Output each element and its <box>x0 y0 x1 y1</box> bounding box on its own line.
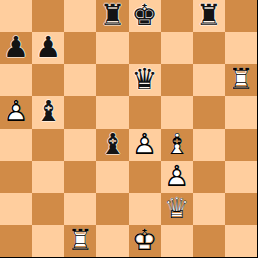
square-h7[interactable] <box>225 32 257 64</box>
square-a2[interactable] <box>0 193 32 225</box>
white-bishop-outline: ♗ <box>161 129 193 158</box>
square-c6[interactable] <box>64 64 96 96</box>
square-e6[interactable]: ♛ <box>129 64 161 96</box>
square-c8[interactable] <box>64 0 96 32</box>
square-f2[interactable]: ♛♕ <box>161 193 193 225</box>
white-rook-c1[interactable]: ♜♖ <box>64 225 96 257</box>
square-e2[interactable] <box>129 193 161 225</box>
white-queen-outline: ♕ <box>161 193 193 222</box>
square-f8[interactable] <box>161 0 193 32</box>
square-e3[interactable] <box>129 161 161 193</box>
black-king-glyph: ♚ <box>129 1 161 30</box>
square-c1[interactable]: ♜♖ <box>64 225 96 257</box>
black-pawn-glyph: ♟ <box>0 33 32 62</box>
square-b6[interactable] <box>32 64 64 96</box>
white-pawn-outline: ♙ <box>0 97 32 126</box>
square-a4[interactable] <box>0 129 32 161</box>
square-e1[interactable]: ♚♔ <box>129 225 161 257</box>
square-h8[interactable] <box>225 0 257 32</box>
white-pawn-outline: ♙ <box>129 129 161 158</box>
square-h4[interactable] <box>225 129 257 161</box>
square-d2[interactable] <box>96 193 128 225</box>
white-rook-outline: ♖ <box>64 226 96 255</box>
square-f1[interactable] <box>161 225 193 257</box>
white-king-e1[interactable]: ♚♔ <box>129 225 161 257</box>
square-g7[interactable] <box>193 32 225 64</box>
white-king-outline: ♔ <box>129 226 161 255</box>
square-g1[interactable] <box>193 225 225 257</box>
square-d8[interactable]: ♜ <box>96 0 128 32</box>
square-b3[interactable] <box>32 161 64 193</box>
square-g6[interactable] <box>193 64 225 96</box>
square-c4[interactable] <box>64 129 96 161</box>
black-queen-e6[interactable]: ♛ <box>129 64 161 96</box>
square-a6[interactable] <box>0 64 32 96</box>
square-h5[interactable] <box>225 96 257 128</box>
square-g2[interactable] <box>193 193 225 225</box>
square-b5[interactable]: ♝ <box>32 96 64 128</box>
square-f6[interactable] <box>161 64 193 96</box>
square-g3[interactable] <box>193 161 225 193</box>
white-rook-outline: ♖ <box>225 65 257 94</box>
black-king-e8[interactable]: ♚ <box>129 0 161 32</box>
square-f3[interactable]: ♟♙ <box>161 161 193 193</box>
square-c3[interactable] <box>64 161 96 193</box>
white-rook-h6[interactable]: ♜♖ <box>225 64 257 96</box>
square-d3[interactable] <box>96 161 128 193</box>
square-f4[interactable]: ♝♗ <box>161 129 193 161</box>
square-e8[interactable]: ♚ <box>129 0 161 32</box>
square-d1[interactable] <box>96 225 128 257</box>
black-bishop-glyph: ♝ <box>96 129 128 158</box>
square-a3[interactable] <box>0 161 32 193</box>
black-pawn-a7[interactable]: ♟ <box>0 32 32 64</box>
square-b8[interactable] <box>32 0 64 32</box>
black-rook-glyph: ♜ <box>193 1 225 30</box>
white-pawn-e4[interactable]: ♟♙ <box>129 129 161 161</box>
white-pawn-outline: ♙ <box>161 161 193 190</box>
square-h6[interactable]: ♜♖ <box>225 64 257 96</box>
white-queen-f2[interactable]: ♛♕ <box>161 193 193 225</box>
square-f5[interactable] <box>161 96 193 128</box>
black-bishop-glyph: ♝ <box>32 97 64 126</box>
chess-board: ♜♚♜♟♟♛♜♖♟♙♝♝♟♙♝♗♟♙♛♕♜♖♚♔ <box>0 0 258 258</box>
square-b7[interactable]: ♟ <box>32 32 64 64</box>
black-rook-glyph: ♜ <box>96 1 128 30</box>
black-rook-d8[interactable]: ♜ <box>96 0 128 32</box>
square-d4[interactable]: ♝ <box>96 129 128 161</box>
black-rook-g8[interactable]: ♜ <box>193 0 225 32</box>
square-b2[interactable] <box>32 193 64 225</box>
square-d5[interactable] <box>96 96 128 128</box>
black-bishop-d4[interactable]: ♝ <box>96 129 128 161</box>
square-h2[interactable] <box>225 193 257 225</box>
square-a5[interactable]: ♟♙ <box>0 96 32 128</box>
square-e5[interactable] <box>129 96 161 128</box>
black-pawn-b7[interactable]: ♟ <box>32 32 64 64</box>
square-b4[interactable] <box>32 129 64 161</box>
square-c7[interactable] <box>64 32 96 64</box>
square-d7[interactable] <box>96 32 128 64</box>
square-e7[interactable] <box>129 32 161 64</box>
square-e4[interactable]: ♟♙ <box>129 129 161 161</box>
square-d6[interactable] <box>96 64 128 96</box>
white-pawn-f3[interactable]: ♟♙ <box>161 161 193 193</box>
square-g4[interactable] <box>193 129 225 161</box>
square-c2[interactable] <box>64 193 96 225</box>
square-a8[interactable] <box>0 0 32 32</box>
white-bishop-f4[interactable]: ♝♗ <box>161 129 193 161</box>
square-a7[interactable]: ♟ <box>0 32 32 64</box>
square-h3[interactable] <box>225 161 257 193</box>
square-a1[interactable] <box>0 225 32 257</box>
black-queen-glyph: ♛ <box>129 65 161 94</box>
square-h1[interactable] <box>225 225 257 257</box>
square-g8[interactable]: ♜ <box>193 0 225 32</box>
square-c5[interactable] <box>64 96 96 128</box>
black-bishop-b5[interactable]: ♝ <box>32 96 64 128</box>
white-pawn-a5[interactable]: ♟♙ <box>0 96 32 128</box>
square-b1[interactable] <box>32 225 64 257</box>
square-f7[interactable] <box>161 32 193 64</box>
black-pawn-glyph: ♟ <box>32 33 64 62</box>
square-g5[interactable] <box>193 96 225 128</box>
